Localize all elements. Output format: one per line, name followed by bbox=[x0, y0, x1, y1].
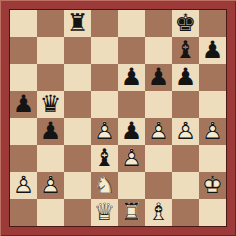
square-h5[interactable] bbox=[199, 91, 226, 118]
square-g7[interactable]: ♝ bbox=[172, 37, 199, 64]
square-h1[interactable] bbox=[199, 199, 226, 226]
square-g6[interactable]: ♟ bbox=[172, 64, 199, 91]
square-d4[interactable]: ♟♙ bbox=[91, 118, 118, 145]
square-e3[interactable]: ♟♙ bbox=[118, 145, 145, 172]
piece-outline: ♙ bbox=[91, 118, 118, 145]
square-d8[interactable] bbox=[91, 10, 118, 37]
white-queen[interactable]: ♛♕ bbox=[91, 199, 118, 226]
square-h2[interactable]: ♚♔ bbox=[199, 172, 226, 199]
square-a7[interactable] bbox=[10, 37, 37, 64]
square-b1[interactable] bbox=[37, 199, 64, 226]
black-bishop[interactable]: ♝ bbox=[172, 37, 199, 64]
square-a2[interactable]: ♟♙ bbox=[10, 172, 37, 199]
square-e5[interactable] bbox=[118, 91, 145, 118]
piece-outline: ♙ bbox=[145, 118, 172, 145]
square-f3[interactable] bbox=[145, 145, 172, 172]
piece-outline: ♙ bbox=[118, 145, 145, 172]
square-g5[interactable] bbox=[172, 91, 199, 118]
black-pawn[interactable]: ♟ bbox=[145, 64, 172, 91]
square-f8[interactable] bbox=[145, 10, 172, 37]
white-pawn[interactable]: ♟♙ bbox=[145, 118, 172, 145]
square-a6[interactable] bbox=[10, 64, 37, 91]
square-f2[interactable] bbox=[145, 172, 172, 199]
black-pawn[interactable]: ♟ bbox=[118, 118, 145, 145]
black-bishop[interactable]: ♝ bbox=[91, 145, 118, 172]
square-d5[interactable] bbox=[91, 91, 118, 118]
square-d1[interactable]: ♛♕ bbox=[91, 199, 118, 226]
square-a1[interactable] bbox=[10, 199, 37, 226]
square-h7[interactable]: ♟ bbox=[199, 37, 226, 64]
black-pawn[interactable]: ♟ bbox=[199, 37, 226, 64]
square-f4[interactable]: ♟♙ bbox=[145, 118, 172, 145]
square-d7[interactable] bbox=[91, 37, 118, 64]
square-g3[interactable] bbox=[172, 145, 199, 172]
piece-outline: ♙ bbox=[37, 172, 64, 199]
square-g4[interactable]: ♟♙ bbox=[172, 118, 199, 145]
black-queen[interactable]: ♛ bbox=[37, 91, 64, 118]
square-f5[interactable] bbox=[145, 91, 172, 118]
square-c3[interactable] bbox=[64, 145, 91, 172]
square-d6[interactable] bbox=[91, 64, 118, 91]
piece-outline: ♘ bbox=[91, 172, 118, 199]
square-c6[interactable] bbox=[64, 64, 91, 91]
square-f1[interactable]: ♝♗ bbox=[145, 199, 172, 226]
square-f7[interactable] bbox=[145, 37, 172, 64]
white-knight[interactable]: ♞♘ bbox=[91, 172, 118, 199]
black-pawn[interactable]: ♟ bbox=[118, 64, 145, 91]
black-rook[interactable]: ♜ bbox=[64, 10, 91, 37]
square-e8[interactable] bbox=[118, 10, 145, 37]
square-h6[interactable] bbox=[199, 64, 226, 91]
white-rook[interactable]: ♜♖ bbox=[118, 199, 145, 226]
piece-outline: ♙ bbox=[172, 118, 199, 145]
piece-outline: ♙ bbox=[199, 118, 226, 145]
white-king[interactable]: ♚♔ bbox=[199, 172, 226, 199]
square-c5[interactable] bbox=[64, 91, 91, 118]
square-a5[interactable]: ♟ bbox=[10, 91, 37, 118]
square-d3[interactable]: ♝ bbox=[91, 145, 118, 172]
piece-outline: ♙ bbox=[10, 172, 37, 199]
square-e1[interactable]: ♜♖ bbox=[118, 199, 145, 226]
square-c2[interactable] bbox=[64, 172, 91, 199]
square-g8[interactable]: ♚ bbox=[172, 10, 199, 37]
white-pawn[interactable]: ♟♙ bbox=[199, 118, 226, 145]
square-a8[interactable] bbox=[10, 10, 37, 37]
square-b6[interactable] bbox=[37, 64, 64, 91]
square-a4[interactable] bbox=[10, 118, 37, 145]
chess-board: ♜♚♝♟♟♟♟♟♛♟♟♙♟♟♙♟♙♟♙♝♟♙♟♙♟♙♞♘♚♔♛♕♜♖♝♗ bbox=[9, 9, 227, 227]
square-c8[interactable]: ♜ bbox=[64, 10, 91, 37]
white-pawn[interactable]: ♟♙ bbox=[37, 172, 64, 199]
square-b5[interactable]: ♛ bbox=[37, 91, 64, 118]
square-h4[interactable]: ♟♙ bbox=[199, 118, 226, 145]
white-pawn[interactable]: ♟♙ bbox=[91, 118, 118, 145]
square-b7[interactable] bbox=[37, 37, 64, 64]
square-h3[interactable] bbox=[199, 145, 226, 172]
black-pawn[interactable]: ♟ bbox=[37, 118, 64, 145]
black-pawn[interactable]: ♟ bbox=[10, 91, 37, 118]
square-f6[interactable]: ♟ bbox=[145, 64, 172, 91]
black-pawn[interactable]: ♟ bbox=[172, 64, 199, 91]
piece-outline: ♔ bbox=[199, 172, 226, 199]
square-g1[interactable] bbox=[172, 199, 199, 226]
square-h8[interactable] bbox=[199, 10, 226, 37]
white-pawn[interactable]: ♟♙ bbox=[118, 145, 145, 172]
white-bishop[interactable]: ♝♗ bbox=[145, 199, 172, 226]
square-b4[interactable]: ♟ bbox=[37, 118, 64, 145]
square-b8[interactable] bbox=[37, 10, 64, 37]
white-pawn[interactable]: ♟♙ bbox=[10, 172, 37, 199]
square-d2[interactable]: ♞♘ bbox=[91, 172, 118, 199]
white-pawn[interactable]: ♟♙ bbox=[172, 118, 199, 145]
piece-outline: ♖ bbox=[118, 199, 145, 226]
square-c1[interactable] bbox=[64, 199, 91, 226]
square-b3[interactable] bbox=[37, 145, 64, 172]
square-e4[interactable]: ♟ bbox=[118, 118, 145, 145]
piece-outline: ♕ bbox=[91, 199, 118, 226]
chess-diagram: ♜♚♝♟♟♟♟♟♛♟♟♙♟♟♙♟♙♟♙♝♟♙♟♙♟♙♞♘♚♔♛♕♜♖♝♗ bbox=[0, 0, 236, 236]
square-e6[interactable]: ♟ bbox=[118, 64, 145, 91]
square-c7[interactable] bbox=[64, 37, 91, 64]
square-e2[interactable] bbox=[118, 172, 145, 199]
square-g2[interactable] bbox=[172, 172, 199, 199]
square-a3[interactable] bbox=[10, 145, 37, 172]
square-e7[interactable] bbox=[118, 37, 145, 64]
board-frame: ♜♚♝♟♟♟♟♟♛♟♟♙♟♟♙♟♙♟♙♝♟♙♟♙♟♙♞♘♚♔♛♕♜♖♝♗ bbox=[0, 0, 236, 236]
black-king[interactable]: ♚ bbox=[172, 10, 199, 37]
square-c4[interactable] bbox=[64, 118, 91, 145]
piece-outline: ♗ bbox=[145, 199, 172, 226]
square-b2[interactable]: ♟♙ bbox=[37, 172, 64, 199]
